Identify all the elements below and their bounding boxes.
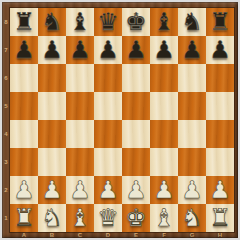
square-f2[interactable]: ♟ [150, 176, 178, 204]
square-a1[interactable]: ♜ [10, 204, 38, 232]
chess-board: ♜♞♝♛♚♝♞♜♟♟♟♟♟♟♟♟♟♟♟♟♟♟♟♟♜♞♝♛♚♝♞♜ [10, 8, 234, 232]
rank-label-4: 4 [2, 120, 10, 148]
square-c5[interactable] [66, 92, 94, 120]
square-c8[interactable]: ♝ [66, 8, 94, 36]
piece-white-bishop[interactable]: ♝ [66, 204, 94, 232]
piece-black-rook[interactable]: ♜ [10, 8, 38, 36]
piece-white-pawn[interactable]: ♟ [206, 176, 234, 204]
square-f8[interactable]: ♝ [150, 8, 178, 36]
chess-board-window: ♜♞♝♛♚♝♞♜♟♟♟♟♟♟♟♟♟♟♟♟♟♟♟♟♜♞♝♛♚♝♞♜ 8765432… [0, 0, 240, 240]
rank-label-2: 2 [2, 176, 10, 204]
square-a7[interactable]: ♟ [10, 36, 38, 64]
piece-white-pawn[interactable]: ♟ [122, 176, 150, 204]
square-c6[interactable] [66, 64, 94, 92]
file-label-e: E [122, 232, 150, 238]
square-f3[interactable] [150, 148, 178, 176]
square-f7[interactable]: ♟ [150, 36, 178, 64]
piece-black-knight[interactable]: ♞ [38, 8, 66, 36]
square-e7[interactable]: ♟ [122, 36, 150, 64]
file-label-b: B [38, 232, 66, 238]
square-e1[interactable]: ♚ [122, 204, 150, 232]
piece-white-queen[interactable]: ♛ [94, 204, 122, 232]
square-c3[interactable] [66, 148, 94, 176]
square-e3[interactable] [122, 148, 150, 176]
square-d1[interactable]: ♛ [94, 204, 122, 232]
square-g5[interactable] [178, 92, 206, 120]
piece-white-pawn[interactable]: ♟ [66, 176, 94, 204]
file-label-f: F [150, 232, 178, 238]
file-label-g: G [178, 232, 206, 238]
square-h8[interactable]: ♜ [206, 8, 234, 36]
square-a5[interactable] [10, 92, 38, 120]
square-g8[interactable]: ♞ [178, 8, 206, 36]
square-c4[interactable] [66, 120, 94, 148]
piece-white-rook[interactable]: ♜ [206, 204, 234, 232]
square-f6[interactable] [150, 64, 178, 92]
square-b3[interactable] [38, 148, 66, 176]
piece-black-knight[interactable]: ♞ [178, 8, 206, 36]
piece-white-rook[interactable]: ♜ [10, 204, 38, 232]
square-b1[interactable]: ♞ [38, 204, 66, 232]
square-e8[interactable]: ♚ [122, 8, 150, 36]
square-d2[interactable]: ♟ [94, 176, 122, 204]
square-a8[interactable]: ♜ [10, 8, 38, 36]
square-a6[interactable] [10, 64, 38, 92]
piece-black-pawn[interactable]: ♟ [94, 36, 122, 64]
square-a4[interactable] [10, 120, 38, 148]
square-h7[interactable]: ♟ [206, 36, 234, 64]
square-h4[interactable] [206, 120, 234, 148]
square-g1[interactable]: ♞ [178, 204, 206, 232]
rank-label-7: 7 [2, 36, 10, 64]
piece-white-bishop[interactable]: ♝ [150, 204, 178, 232]
file-label-c: C [66, 232, 94, 238]
square-d5[interactable] [94, 92, 122, 120]
piece-white-pawn[interactable]: ♟ [178, 176, 206, 204]
square-b4[interactable] [38, 120, 66, 148]
square-h2[interactable]: ♟ [206, 176, 234, 204]
square-g3[interactable] [178, 148, 206, 176]
file-label-h: H [206, 232, 234, 238]
square-b6[interactable] [38, 64, 66, 92]
piece-white-pawn[interactable]: ♟ [150, 176, 178, 204]
square-a3[interactable] [10, 148, 38, 176]
piece-black-king[interactable]: ♚ [122, 8, 150, 36]
piece-black-pawn[interactable]: ♟ [66, 36, 94, 64]
rank-label-3: 3 [2, 148, 10, 176]
square-h6[interactable] [206, 64, 234, 92]
file-label-a: A [10, 232, 38, 238]
rank-label-6: 6 [2, 64, 10, 92]
piece-white-pawn[interactable]: ♟ [10, 176, 38, 204]
square-g7[interactable]: ♟ [178, 36, 206, 64]
square-h1[interactable]: ♜ [206, 204, 234, 232]
rank-label-8: 8 [2, 8, 10, 36]
piece-black-bishop[interactable]: ♝ [66, 8, 94, 36]
piece-black-pawn[interactable]: ♟ [38, 36, 66, 64]
square-f4[interactable] [150, 120, 178, 148]
piece-black-pawn[interactable]: ♟ [10, 36, 38, 64]
square-a2[interactable]: ♟ [10, 176, 38, 204]
square-c1[interactable]: ♝ [66, 204, 94, 232]
square-g6[interactable] [178, 64, 206, 92]
square-e4[interactable] [122, 120, 150, 148]
piece-black-pawn[interactable]: ♟ [178, 36, 206, 64]
piece-black-pawn[interactable]: ♟ [150, 36, 178, 64]
piece-white-king[interactable]: ♚ [122, 204, 150, 232]
rank-label-1: 1 [2, 204, 10, 232]
piece-black-pawn[interactable]: ♟ [206, 36, 234, 64]
square-d3[interactable] [94, 148, 122, 176]
piece-white-knight[interactable]: ♞ [178, 204, 206, 232]
square-e2[interactable]: ♟ [122, 176, 150, 204]
square-b5[interactable] [38, 92, 66, 120]
piece-black-bishop[interactable]: ♝ [150, 8, 178, 36]
square-f1[interactable]: ♝ [150, 204, 178, 232]
square-d7[interactable]: ♟ [94, 36, 122, 64]
square-b7[interactable]: ♟ [38, 36, 66, 64]
square-b2[interactable]: ♟ [38, 176, 66, 204]
square-f5[interactable] [150, 92, 178, 120]
file-label-d: D [94, 232, 122, 238]
square-c2[interactable]: ♟ [66, 176, 94, 204]
square-h3[interactable] [206, 148, 234, 176]
piece-white-pawn[interactable]: ♟ [38, 176, 66, 204]
piece-black-rook[interactable]: ♜ [206, 8, 234, 36]
piece-black-pawn[interactable]: ♟ [122, 36, 150, 64]
square-d4[interactable] [94, 120, 122, 148]
square-g4[interactable] [178, 120, 206, 148]
rank-label-5: 5 [2, 92, 10, 120]
piece-white-knight[interactable]: ♞ [38, 204, 66, 232]
piece-white-pawn[interactable]: ♟ [94, 176, 122, 204]
square-e6[interactable] [122, 64, 150, 92]
square-e5[interactable] [122, 92, 150, 120]
square-b8[interactable]: ♞ [38, 8, 66, 36]
square-c7[interactable]: ♟ [66, 36, 94, 64]
square-d6[interactable] [94, 64, 122, 92]
square-d8[interactable]: ♛ [94, 8, 122, 36]
square-h5[interactable] [206, 92, 234, 120]
piece-black-queen[interactable]: ♛ [94, 8, 122, 36]
square-g2[interactable]: ♟ [178, 176, 206, 204]
